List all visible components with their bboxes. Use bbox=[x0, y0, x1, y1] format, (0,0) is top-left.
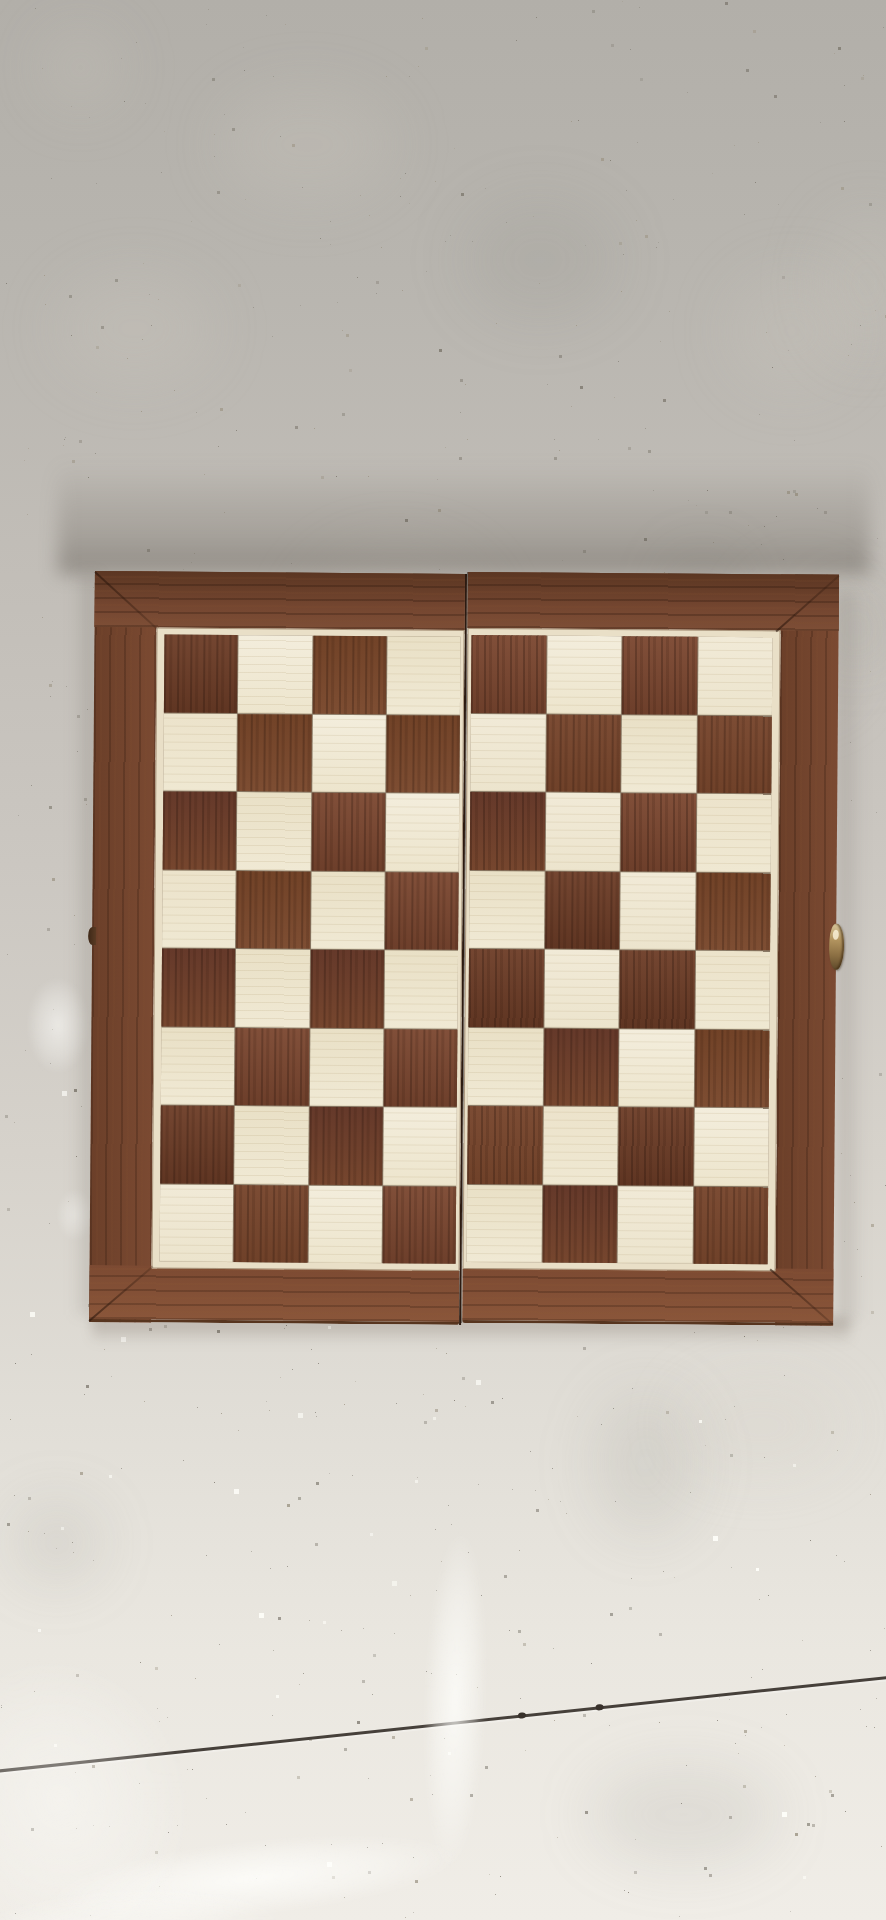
brass-latch bbox=[828, 923, 846, 970]
chess-square-r7c5-dark bbox=[467, 1106, 542, 1184]
walnut-frame-top-right bbox=[468, 572, 839, 631]
chess-square-r8c8-dark bbox=[693, 1186, 768, 1264]
chess-square-r5c1-dark bbox=[161, 949, 235, 1027]
chess-square-r5c4-light bbox=[384, 950, 458, 1028]
tile-grout-line bbox=[0, 1675, 886, 1773]
chess-square-r7c6-light bbox=[543, 1107, 618, 1185]
chess-square-r4c8-dark bbox=[696, 872, 771, 950]
chess-square-r7c1-dark bbox=[160, 1106, 234, 1184]
chess-square-r4c3-light bbox=[311, 871, 385, 949]
chess-square-r2c4-dark bbox=[386, 715, 460, 793]
chess-square-r8c1-light bbox=[160, 1184, 234, 1262]
chess-square-r6c1-light bbox=[161, 1027, 235, 1105]
chess-square-r2c7-light bbox=[621, 715, 696, 793]
glare-highlight bbox=[52, 1821, 457, 1920]
chess-square-r8c5-light bbox=[467, 1184, 542, 1262]
chess-square-r3c8-light bbox=[696, 794, 771, 872]
walnut-frame-left bbox=[89, 571, 157, 1322]
chess-square-r7c8-light bbox=[694, 1108, 769, 1186]
chess-square-r1c7-dark bbox=[622, 636, 697, 714]
board-left-half bbox=[89, 571, 467, 1325]
chess-square-r5c2-light bbox=[236, 949, 310, 1027]
chess-square-r1c4-light bbox=[387, 636, 461, 714]
chess-square-r1c6-light bbox=[546, 636, 621, 714]
floor-mottle-patch bbox=[728, 271, 855, 390]
chess-square-r2c2-dark bbox=[238, 714, 312, 792]
chess-square-r6c2-dark bbox=[235, 1028, 309, 1106]
floor-mottle-patch bbox=[219, 88, 395, 202]
grout-blob bbox=[595, 1704, 604, 1711]
floor-mottle-patch bbox=[463, 198, 617, 323]
chess-square-r8c7-light bbox=[618, 1186, 693, 1264]
chess-square-r4c5-light bbox=[469, 870, 544, 948]
tile-floor bbox=[0, 0, 886, 1920]
floor-mottle-patch bbox=[817, 213, 886, 356]
floor-mottle-patch bbox=[589, 1764, 778, 1865]
chess-square-r4c1-light bbox=[162, 870, 236, 948]
chess-square-r8c3-light bbox=[308, 1185, 382, 1263]
chess-square-r3c6-light bbox=[545, 793, 620, 871]
chess-square-r4c4-dark bbox=[385, 872, 459, 950]
chess-square-r1c1-dark bbox=[164, 635, 238, 713]
glare-highlight bbox=[27, 978, 89, 1073]
chess-square-r3c5-dark bbox=[470, 792, 545, 870]
chess-square-r2c6-dark bbox=[546, 714, 621, 792]
board-right-half bbox=[461, 572, 839, 1326]
squares-grid-right bbox=[467, 635, 773, 1264]
chess-square-r6c6-dark bbox=[543, 1028, 618, 1106]
chess-square-r6c8-dark bbox=[694, 1029, 769, 1107]
glare-highlight bbox=[0, 1626, 225, 1920]
glare-highlight bbox=[57, 1189, 93, 1241]
chess-square-r6c4-dark bbox=[384, 1029, 458, 1107]
chess-square-r4c6-dark bbox=[545, 871, 620, 949]
chess-square-r2c8-dark bbox=[697, 715, 772, 793]
inlay-border-left bbox=[152, 627, 465, 1270]
floor-mottle-patch bbox=[40, 26, 121, 109]
chess-square-r1c2-light bbox=[238, 635, 312, 713]
board-shadow-above bbox=[58, 462, 870, 574]
chess-square-r4c2-dark bbox=[236, 871, 310, 949]
chess-square-r5c6-light bbox=[544, 950, 619, 1028]
chess-square-r3c4-light bbox=[385, 793, 459, 871]
chess-square-r8c2-dark bbox=[234, 1185, 308, 1263]
chess-square-r7c7-dark bbox=[618, 1107, 693, 1185]
chessboard bbox=[89, 571, 839, 1328]
inlay-border-right bbox=[463, 628, 781, 1271]
chess-square-r1c3-dark bbox=[312, 636, 386, 714]
chess-square-r3c3-dark bbox=[311, 793, 385, 871]
chess-square-r7c4-light bbox=[383, 1107, 457, 1185]
chess-square-r5c3-dark bbox=[310, 950, 384, 1028]
chess-square-r5c5-dark bbox=[468, 949, 543, 1027]
chess-square-r7c2-light bbox=[234, 1106, 308, 1184]
squares-grid-left bbox=[160, 635, 461, 1264]
latch-catch bbox=[88, 927, 96, 945]
floor-mottle-patch bbox=[12, 1501, 102, 1584]
chess-square-r1c8-light bbox=[697, 637, 772, 715]
floor-mottle-patch bbox=[593, 1390, 698, 1537]
floor-sparkles bbox=[0, 0, 1, 1]
glare-highlight bbox=[419, 1534, 490, 1866]
grout-blob bbox=[518, 1712, 527, 1719]
chess-square-r8c4-dark bbox=[382, 1186, 456, 1264]
chess-square-r4c7-light bbox=[620, 872, 695, 950]
chess-square-r7c3-dark bbox=[309, 1107, 383, 1185]
floor-mottle-patch bbox=[56, 273, 214, 384]
glare-highlight bbox=[0, 1879, 283, 1920]
chess-square-r1c5-dark bbox=[471, 635, 546, 713]
chess-square-r3c2-light bbox=[237, 792, 311, 870]
chess-square-r6c5-light bbox=[468, 1027, 543, 1105]
chess-square-r3c1-dark bbox=[163, 792, 237, 870]
chess-square-r6c7-light bbox=[619, 1029, 694, 1107]
chess-square-r6c3-light bbox=[309, 1028, 383, 1106]
chess-square-r5c8-light bbox=[695, 951, 770, 1029]
chess-square-r2c1-light bbox=[163, 713, 237, 791]
chess-square-r3c7-dark bbox=[621, 793, 696, 871]
chess-square-r2c3-light bbox=[312, 714, 386, 792]
chess-square-r8c6-dark bbox=[542, 1185, 617, 1263]
floor-mottle-patch bbox=[679, 1378, 843, 1474]
chess-square-r2c5-light bbox=[470, 713, 545, 791]
chess-square-r5c7-dark bbox=[619, 950, 694, 1028]
